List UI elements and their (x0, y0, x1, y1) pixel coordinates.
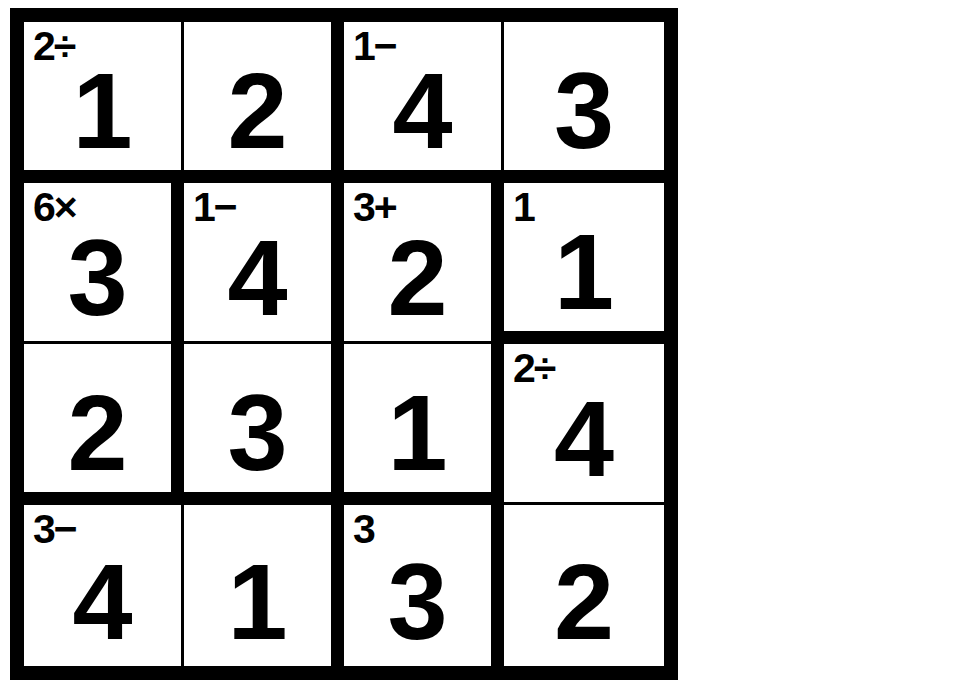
cell-r0c2[interactable]: 1−4 (344, 22, 504, 183)
cell-r1c0[interactable]: 6×3 (24, 183, 184, 344)
kenken-board: 2÷121−436×31−43+2112312÷43−41332 (10, 8, 678, 680)
cell-r3c1[interactable]: 1 (184, 505, 344, 666)
cell-value: 4 (554, 385, 614, 493)
cell-r2c1[interactable]: 3 (184, 344, 344, 505)
cell-r3c3[interactable]: 2 (504, 505, 664, 666)
cell-r3c0[interactable]: 3−4 (24, 505, 184, 666)
cell-value: 2 (227, 57, 287, 165)
cell-value: 3 (67, 224, 127, 332)
cell-value: 1 (554, 218, 614, 326)
cell-value: 2 (67, 379, 127, 487)
cell-r2c3[interactable]: 2÷4 (504, 344, 664, 505)
cage-clue: 1 (513, 185, 534, 230)
cell-r3c2[interactable]: 33 (344, 505, 504, 666)
cell-r1c1[interactable]: 1−4 (184, 183, 344, 344)
cage-clue: 1− (353, 24, 396, 69)
cell-value: 1 (387, 379, 447, 487)
cell-r1c3[interactable]: 11 (504, 183, 664, 344)
cell-value: 3 (227, 379, 287, 487)
cell-value: 2 (554, 548, 614, 656)
cell-value: 3 (554, 57, 614, 165)
cell-r2c2[interactable]: 1 (344, 344, 504, 505)
cell-r0c3[interactable]: 3 (504, 22, 664, 183)
cell-value: 4 (392, 57, 452, 165)
cage-clue: 3 (353, 507, 374, 552)
kenken-page: 2÷121−436×31−43+2112312÷43−41332 (0, 0, 960, 686)
cage-clue: 2÷ (513, 346, 554, 391)
cell-value: 4 (227, 224, 287, 332)
cell-r1c2[interactable]: 3+2 (344, 183, 504, 344)
cell-r0c1[interactable]: 2 (184, 22, 344, 183)
cell-r0c0[interactable]: 2÷1 (24, 22, 184, 183)
cell-value: 3 (387, 548, 447, 656)
cell-value: 1 (227, 548, 287, 656)
cell-value: 2 (387, 224, 447, 332)
cell-r2c0[interactable]: 2 (24, 344, 184, 505)
cell-value: 4 (72, 548, 132, 656)
cage-clue: 3− (33, 507, 76, 552)
cage-clue: 2÷ (33, 24, 74, 69)
cell-value: 1 (72, 57, 132, 165)
